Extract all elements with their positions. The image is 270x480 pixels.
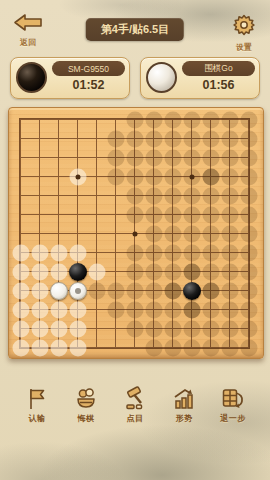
toolbar-label: 悔棋	[78, 413, 95, 424]
black-influence-mark	[107, 149, 124, 166]
black-influence-mark	[145, 111, 162, 128]
step-back-board-icon	[220, 386, 246, 412]
black-influence-mark	[202, 111, 219, 128]
white-influence-mark	[31, 320, 48, 337]
black-influence-mark	[240, 244, 257, 261]
white-influence-mark	[31, 244, 48, 261]
settings-label: 设置	[236, 42, 252, 53]
black-influence-mark	[126, 282, 143, 299]
bottom-toolbar: 认输 悔棋 点目	[0, 386, 270, 434]
player-card-white: 围棋Go 01:56	[140, 57, 260, 99]
white-influence-mark	[31, 282, 48, 299]
black-stone	[183, 282, 201, 300]
toolbar-label: 退一步	[220, 413, 246, 424]
white-influence-mark	[69, 339, 86, 356]
star-point	[75, 174, 80, 179]
black-influence-mark	[164, 130, 181, 147]
black-influence-mark	[145, 244, 162, 261]
star-point	[189, 174, 194, 179]
black-influence-mark	[126, 187, 143, 204]
count-points-button[interactable]: 点目	[114, 386, 156, 434]
black-influence-mark	[240, 206, 257, 223]
black-stone-avatar	[16, 62, 47, 93]
toolbar-label: 点目	[127, 413, 144, 424]
black-influence-mark	[183, 244, 200, 261]
black-influence-mark	[126, 206, 143, 223]
black-influence-mark	[240, 111, 257, 128]
count-gavel-icon	[122, 386, 148, 412]
black-influence-mark	[221, 168, 238, 185]
black-influence-mark	[145, 339, 162, 356]
black-influence-mark	[240, 168, 257, 185]
black-influence-mark	[183, 130, 200, 147]
white-influence-mark	[69, 320, 86, 337]
resign-button[interactable]: 认输	[16, 386, 58, 434]
white-influence-mark	[12, 339, 29, 356]
black-influence-mark	[202, 244, 219, 261]
black-influence-mark	[183, 263, 200, 280]
white-stone	[69, 282, 87, 300]
black-stone	[69, 263, 87, 281]
black-influence-mark	[240, 320, 257, 337]
white-stone	[50, 282, 68, 300]
black-influence-mark	[221, 320, 238, 337]
black-influence-mark	[240, 263, 257, 280]
back-label: 返回	[20, 37, 36, 48]
black-influence-mark	[107, 301, 124, 318]
undo-move-button[interactable]: 悔棋	[65, 386, 107, 434]
black-influence-mark	[145, 282, 162, 299]
black-influence-mark	[164, 339, 181, 356]
black-influence-mark	[145, 301, 162, 318]
black-influence-mark	[145, 263, 162, 280]
black-influence-mark	[202, 263, 219, 280]
black-influence-mark	[164, 168, 181, 185]
white-influence-mark	[12, 244, 29, 261]
white-influence-mark	[31, 339, 48, 356]
black-influence-mark	[240, 187, 257, 204]
settings-button[interactable]: 设置	[224, 13, 264, 53]
white-influence-mark	[12, 320, 29, 337]
player-name-pill: SM-G9550	[52, 61, 125, 76]
black-influence-mark	[145, 187, 162, 204]
step-back-button[interactable]: 退一步	[212, 386, 254, 434]
black-influence-mark	[145, 168, 162, 185]
black-influence-mark	[202, 339, 219, 356]
white-influence-mark	[50, 339, 67, 356]
black-influence-mark	[126, 168, 143, 185]
black-influence-mark	[221, 225, 238, 242]
black-influence-mark	[164, 225, 181, 242]
black-influence-mark	[183, 111, 200, 128]
black-influence-mark	[221, 301, 238, 318]
black-influence-mark	[183, 301, 200, 318]
black-influence-mark	[126, 301, 143, 318]
black-player-name: SM-G9550	[68, 64, 109, 74]
undo-stones-icon	[73, 386, 99, 412]
star-point	[132, 231, 137, 236]
black-influence-mark	[202, 149, 219, 166]
black-influence-mark	[221, 206, 238, 223]
white-influence-mark	[31, 263, 48, 280]
black-influence-mark	[202, 187, 219, 204]
black-influence-mark	[202, 206, 219, 223]
black-influence-mark	[202, 301, 219, 318]
black-influence-mark	[202, 320, 219, 337]
white-player-clock: 01:56	[182, 78, 255, 92]
situation-chart-icon	[171, 386, 197, 412]
black-influence-mark	[126, 149, 143, 166]
black-influence-mark	[164, 301, 181, 318]
player-card-black: SM-G9550 01:52	[10, 57, 130, 99]
black-influence-mark	[164, 282, 181, 299]
black-influence-mark	[126, 130, 143, 147]
black-influence-mark	[221, 130, 238, 147]
black-influence-mark	[107, 130, 124, 147]
black-influence-mark	[183, 149, 200, 166]
black-influence-mark	[240, 301, 257, 318]
white-influence-mark	[88, 263, 105, 280]
black-influence-mark	[221, 244, 238, 261]
black-influence-mark	[126, 263, 143, 280]
back-arrow-icon	[13, 13, 43, 36]
white-influence-mark	[69, 244, 86, 261]
white-player-name: 围棋Go	[204, 63, 232, 75]
black-influence-mark	[164, 187, 181, 204]
black-influence-mark	[221, 187, 238, 204]
black-influence-mark	[221, 111, 238, 128]
white-influence-mark	[50, 244, 67, 261]
black-influence-mark	[240, 130, 257, 147]
black-influence-mark	[164, 320, 181, 337]
black-influence-mark	[240, 225, 257, 242]
black-influence-mark	[240, 339, 257, 356]
black-influence-mark	[145, 320, 162, 337]
black-influence-mark	[107, 168, 124, 185]
black-influence-mark	[183, 320, 200, 337]
black-influence-mark	[164, 206, 181, 223]
white-influence-mark	[50, 263, 67, 280]
black-influence-mark	[126, 244, 143, 261]
black-influence-mark	[240, 282, 257, 299]
gear-icon	[232, 13, 256, 41]
go-board[interactable]	[8, 107, 264, 359]
black-influence-mark	[202, 282, 219, 299]
white-influence-mark	[69, 301, 86, 318]
black-influence-mark	[183, 187, 200, 204]
last-move-marker	[75, 288, 81, 294]
black-influence-mark	[145, 206, 162, 223]
black-influence-mark	[164, 111, 181, 128]
black-influence-mark	[164, 149, 181, 166]
black-influence-mark	[145, 225, 162, 242]
black-influence-mark	[164, 263, 181, 280]
black-influence-mark	[88, 282, 105, 299]
black-influence-mark	[126, 320, 143, 337]
black-influence-mark	[107, 282, 124, 299]
black-influence-mark	[221, 149, 238, 166]
white-influence-mark	[12, 282, 29, 299]
black-player-clock: 01:52	[52, 78, 125, 92]
resign-flag-icon	[24, 386, 50, 412]
black-influence-mark	[202, 130, 219, 147]
black-influence-mark	[183, 225, 200, 242]
black-influence-mark	[221, 263, 238, 280]
white-influence-mark	[12, 263, 29, 280]
black-influence-mark	[202, 225, 219, 242]
black-influence-mark	[145, 149, 162, 166]
white-influence-mark	[50, 301, 67, 318]
back-button[interactable]: 返回	[8, 13, 48, 48]
black-influence-mark	[126, 111, 143, 128]
black-influence-mark	[202, 168, 219, 185]
move-status-bar: 第4手/贴6.5目	[86, 18, 184, 41]
move-status-text: 第4手/贴6.5目	[101, 22, 169, 37]
white-influence-mark	[12, 301, 29, 318]
black-influence-mark	[221, 339, 238, 356]
black-influence-mark	[221, 282, 238, 299]
toolbar-label: 形势	[176, 413, 193, 424]
toolbar-label: 认输	[29, 413, 46, 424]
white-influence-mark	[31, 301, 48, 318]
black-influence-mark	[183, 206, 200, 223]
black-influence-mark	[164, 244, 181, 261]
situation-button[interactable]: 形势	[163, 386, 205, 434]
black-influence-mark	[145, 130, 162, 147]
white-influence-mark	[50, 320, 67, 337]
black-influence-mark	[183, 339, 200, 356]
white-stone-avatar	[146, 62, 177, 93]
player-name-pill: 围棋Go	[182, 61, 255, 76]
black-influence-mark	[240, 149, 257, 166]
